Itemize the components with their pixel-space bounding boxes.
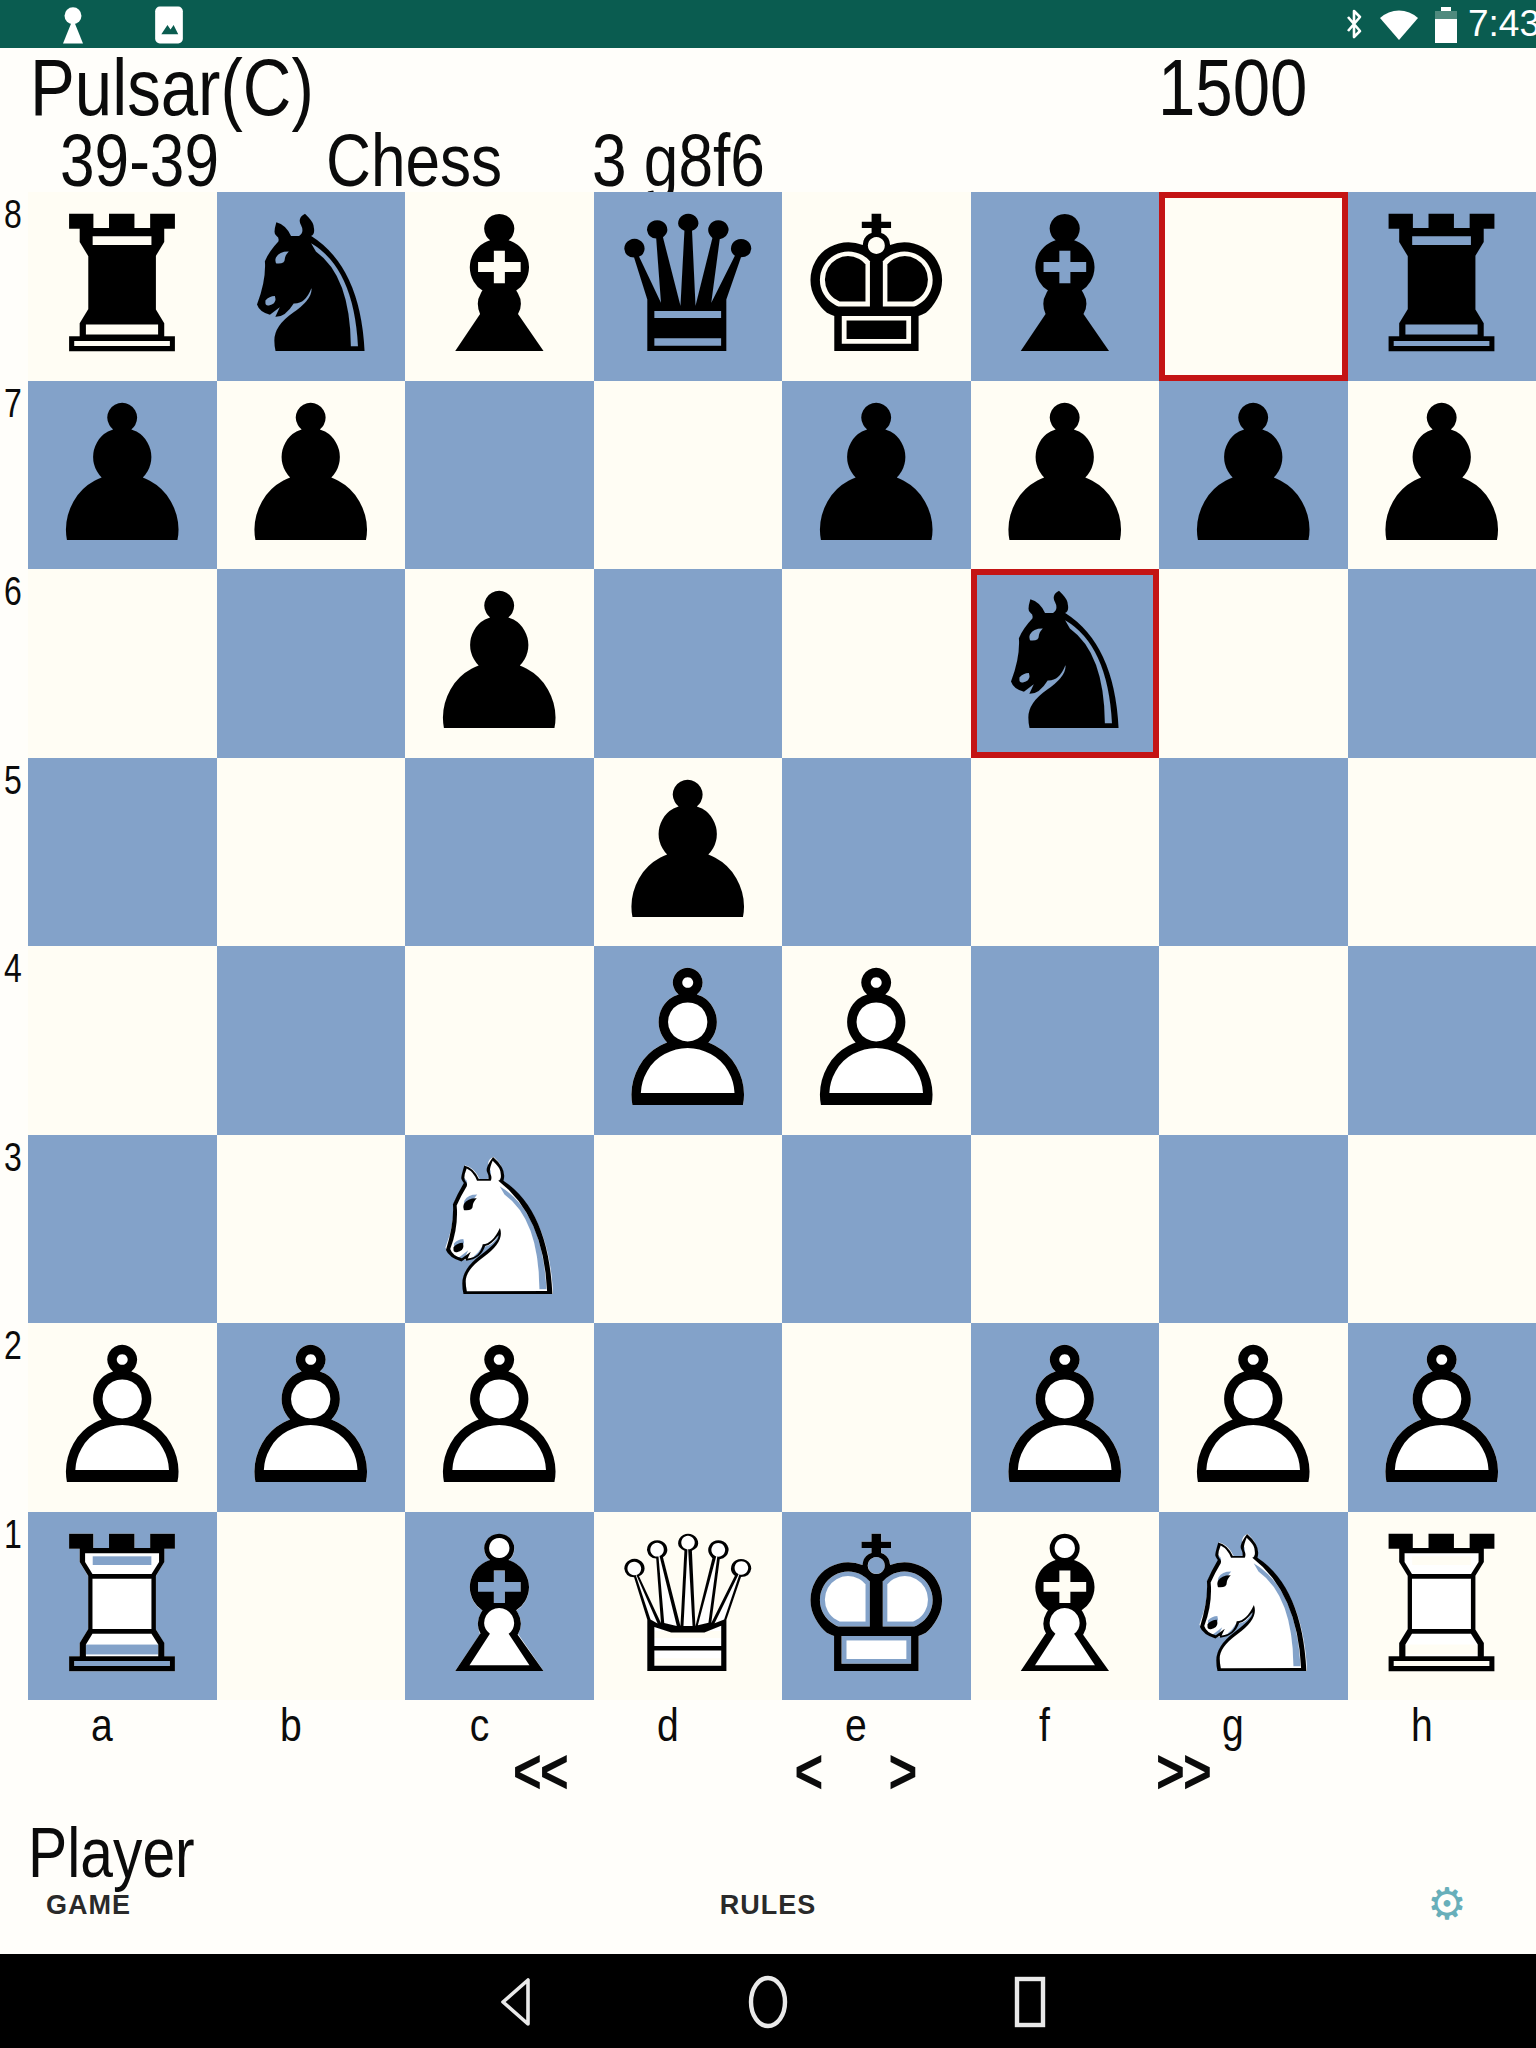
square-a4[interactable] — [28, 946, 217, 1135]
piece-white-pawn: ♟♙ — [28, 1323, 217, 1512]
square-f3[interactable] — [971, 1135, 1160, 1324]
piece-white-rook: ♜♖ — [28, 1512, 217, 1701]
square-g8[interactable] — [1159, 192, 1348, 381]
square-e4[interactable]: ♟♙ — [782, 946, 971, 1135]
square-c2[interactable]: ♟♙ — [405, 1323, 594, 1512]
piece-white-pawn: ♟♙ — [594, 946, 783, 1135]
piece-white-knight: ♞♘ — [1159, 1512, 1348, 1701]
square-e7[interactable]: ♟ — [782, 381, 971, 570]
square-e8[interactable]: ♚ — [782, 192, 971, 381]
square-b5[interactable] — [217, 758, 406, 947]
square-f6[interactable]: ♞ — [971, 569, 1160, 758]
square-d8[interactable]: ♛ — [594, 192, 783, 381]
android-nav-bar — [0, 1954, 1536, 2048]
square-e3[interactable] — [782, 1135, 971, 1324]
square-f5[interactable] — [971, 758, 1160, 947]
piece-white-pawn: ♟♙ — [1348, 1323, 1536, 1512]
square-c6[interactable]: ♟ — [405, 569, 594, 758]
piece-white-pawn: ♟♙ — [405, 1323, 594, 1512]
piece-black-knight: ♞ — [980, 569, 1149, 757]
square-e1[interactable]: ♚♔ — [782, 1512, 971, 1701]
square-d2[interactable] — [594, 1323, 783, 1512]
square-b4[interactable] — [217, 946, 406, 1135]
screenshot-icon — [150, 5, 188, 45]
piece-black-pawn: ♟ — [226, 381, 395, 569]
square-f2[interactable]: ♟♙ — [971, 1323, 1160, 1512]
piece-black-king: ♚ — [792, 192, 961, 380]
square-a1[interactable]: ♜♖ — [28, 1512, 217, 1701]
rank-label-8: 8 — [4, 194, 25, 234]
square-f4[interactable] — [971, 946, 1160, 1135]
file-label-d: d — [657, 1702, 679, 1758]
square-a6[interactable] — [28, 569, 217, 758]
battery-icon — [1432, 6, 1460, 44]
square-d3[interactable] — [594, 1135, 783, 1324]
square-c8[interactable]: ♝ — [405, 192, 594, 381]
piece-white-rook: ♜♖ — [1348, 1512, 1536, 1701]
square-c1[interactable]: ♝♗ — [405, 1512, 594, 1701]
rank-label-6: 6 — [4, 571, 25, 611]
piece-black-pawn: ♟ — [603, 758, 772, 946]
next-move-button[interactable]: > — [888, 1739, 915, 1803]
status-bar: 7:43 — [0, 0, 1536, 48]
file-label-a: a — [91, 1702, 113, 1758]
rank-label-3: 3 — [4, 1137, 25, 1177]
square-d6[interactable] — [594, 569, 783, 758]
piece-black-queen: ♛ — [603, 192, 772, 380]
chess-board: ♜♞♝♛♚♝♜♟♟♟♟♟♟♟♞♟♟♙♟♙♞♘♟♙♟♙♟♙♟♙♟♙♟♙♜♖♝♗♛♕… — [28, 192, 1536, 1700]
bluetooth-icon — [1342, 8, 1366, 40]
wifi-icon — [1378, 9, 1420, 41]
square-h4[interactable] — [1348, 946, 1536, 1135]
file-label-c: c — [469, 1702, 489, 1758]
square-h7[interactable]: ♟ — [1348, 381, 1536, 570]
file-labels: abcdefgh — [28, 1702, 1536, 1758]
piece-white-knight: ♞♘ — [405, 1135, 594, 1324]
square-g6[interactable] — [1159, 569, 1348, 758]
tab-rules[interactable]: RULES — [720, 1890, 817, 1921]
engine-name: Pulsar(C) — [30, 48, 314, 128]
square-b6[interactable] — [217, 569, 406, 758]
square-d7[interactable] — [594, 381, 783, 570]
square-b7[interactable]: ♟ — [217, 381, 406, 570]
piece-black-pawn: ♟ — [38, 381, 207, 569]
square-c3[interactable]: ♞♘ — [405, 1135, 594, 1324]
square-g5[interactable] — [1159, 758, 1348, 947]
piece-white-pawn: ♟♙ — [971, 1323, 1160, 1512]
square-b3[interactable] — [217, 1135, 406, 1324]
player-name: Player — [28, 1818, 195, 1888]
rank-label-7: 7 — [4, 383, 25, 423]
piece-white-queen: ♛♕ — [594, 1512, 783, 1701]
settings-gear-icon[interactable]: ⚙ — [1427, 1882, 1466, 1926]
piece-black-pawn: ♟ — [1169, 381, 1338, 569]
android-back-button[interactable] — [489, 1974, 545, 2030]
square-e5[interactable] — [782, 758, 971, 947]
square-d1[interactable]: ♛♕ — [594, 1512, 783, 1701]
square-c7[interactable] — [405, 381, 594, 570]
square-h8[interactable]: ♜ — [1348, 192, 1536, 381]
square-f7[interactable]: ♟ — [971, 381, 1160, 570]
previous-move-button[interactable]: < — [794, 1739, 821, 1803]
piece-black-knight: ♞ — [226, 192, 395, 380]
piece-white-pawn: ♟♙ — [217, 1323, 406, 1512]
square-d5[interactable]: ♟ — [594, 758, 783, 947]
square-h2[interactable]: ♟♙ — [1348, 1323, 1536, 1512]
piece-black-bishop: ♝ — [980, 192, 1149, 380]
square-f8[interactable]: ♝ — [971, 192, 1160, 381]
piece-white-bishop: ♝♗ — [971, 1512, 1160, 1701]
square-b1[interactable] — [217, 1512, 406, 1701]
rank-label-2: 2 — [4, 1325, 25, 1365]
square-h6[interactable] — [1348, 569, 1536, 758]
piece-white-king: ♚♔ — [782, 1512, 971, 1701]
square-a3[interactable] — [28, 1135, 217, 1324]
square-d4[interactable]: ♟♙ — [594, 946, 783, 1135]
person-icon — [54, 5, 92, 45]
square-h5[interactable] — [1348, 758, 1536, 947]
square-f1[interactable]: ♝♗ — [971, 1512, 1160, 1701]
rank-label-1: 1 — [4, 1514, 25, 1554]
square-g4[interactable] — [1159, 946, 1348, 1135]
square-a7[interactable]: ♟ — [28, 381, 217, 570]
square-b2[interactable]: ♟♙ — [217, 1323, 406, 1512]
piece-black-pawn: ♟ — [415, 569, 584, 757]
rank-label-4: 4 — [4, 948, 25, 988]
square-g1[interactable]: ♞♘ — [1159, 1512, 1348, 1701]
piece-white-bishop: ♝♗ — [405, 1512, 594, 1701]
square-c5[interactable] — [405, 758, 594, 947]
file-label-g: g — [1222, 1702, 1244, 1758]
piece-black-rook: ♜ — [1357, 192, 1526, 380]
square-e2[interactable] — [782, 1323, 971, 1512]
square-e6[interactable] — [782, 569, 971, 758]
square-b8[interactable]: ♞ — [217, 192, 406, 381]
square-g7[interactable]: ♟ — [1159, 381, 1348, 570]
piece-black-rook: ♜ — [38, 192, 207, 380]
last-move-button[interactable]: >> — [1156, 1739, 1210, 1803]
square-a5[interactable] — [28, 758, 217, 947]
android-recents-button[interactable] — [1002, 1974, 1058, 2030]
rank-label-5: 5 — [4, 760, 25, 800]
file-label-f: f — [1039, 1702, 1050, 1758]
clock-time: 7:43 — [1468, 3, 1536, 45]
square-c4[interactable] — [405, 946, 594, 1135]
android-home-button[interactable] — [740, 1974, 796, 2030]
square-g2[interactable]: ♟♙ — [1159, 1323, 1348, 1512]
file-label-e: e — [845, 1702, 867, 1758]
engine-rating: 1500 — [1158, 48, 1307, 128]
file-label-b: b — [280, 1702, 302, 1758]
first-move-button[interactable]: << — [513, 1739, 567, 1803]
piece-white-pawn: ♟♙ — [782, 946, 971, 1135]
file-label-h: h — [1411, 1702, 1433, 1758]
square-a2[interactable]: ♟♙ — [28, 1323, 217, 1512]
square-h3[interactable] — [1348, 1135, 1536, 1324]
piece-black-pawn: ♟ — [1357, 381, 1526, 569]
tab-game[interactable]: GAME — [46, 1890, 131, 1921]
square-h1[interactable]: ♜♖ — [1348, 1512, 1536, 1701]
piece-black-bishop: ♝ — [415, 192, 584, 380]
piece-black-pawn: ♟ — [792, 381, 961, 569]
square-g3[interactable] — [1159, 1135, 1348, 1324]
square-a8[interactable]: ♜ — [28, 192, 217, 381]
piece-black-pawn: ♟ — [980, 381, 1149, 569]
piece-white-pawn: ♟♙ — [1159, 1323, 1348, 1512]
